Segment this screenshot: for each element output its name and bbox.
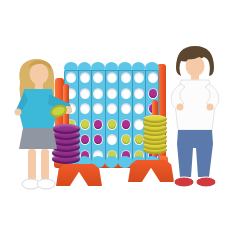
girl-hand-2 bbox=[15, 109, 22, 116]
filled-hole bbox=[148, 88, 158, 99]
filled-hole bbox=[107, 119, 117, 130]
empty-hole bbox=[134, 103, 144, 114]
board-cell bbox=[91, 101, 105, 117]
empty-hole bbox=[93, 88, 103, 99]
yellow-disc bbox=[108, 120, 116, 129]
empty-hole bbox=[80, 88, 90, 99]
board-cell bbox=[132, 70, 146, 86]
girl-face bbox=[30, 64, 49, 85]
product-photo-scene bbox=[0, 0, 228, 228]
board-cell bbox=[105, 132, 119, 148]
yellow-disc bbox=[81, 120, 89, 129]
filled-hole bbox=[121, 134, 131, 145]
child-girl bbox=[4, 52, 72, 192]
board-cell bbox=[105, 117, 119, 133]
empty-hole bbox=[107, 103, 117, 114]
boy-shoe bbox=[174, 177, 194, 187]
board-cell bbox=[78, 70, 92, 86]
girl-neck bbox=[35, 82, 43, 90]
filled-hole bbox=[80, 119, 90, 130]
board-cell bbox=[118, 117, 132, 133]
board-cell bbox=[132, 101, 146, 117]
empty-hole bbox=[107, 88, 117, 99]
empty-hole bbox=[121, 72, 131, 83]
girl-leg bbox=[41, 149, 49, 180]
empty-hole bbox=[148, 72, 158, 83]
girl-skirt bbox=[19, 128, 57, 149]
board-cell bbox=[105, 70, 119, 86]
empty-hole bbox=[121, 103, 131, 114]
board-cell bbox=[132, 86, 146, 102]
board-cell bbox=[78, 101, 92, 117]
empty-hole bbox=[80, 72, 90, 83]
magenta-disc bbox=[81, 135, 89, 144]
scallop-bump bbox=[118, 156, 132, 168]
empty-hole bbox=[134, 88, 144, 99]
boy-jeans bbox=[177, 130, 213, 177]
magenta-disc bbox=[94, 135, 102, 144]
board-cell bbox=[118, 101, 132, 117]
board-cell bbox=[145, 70, 159, 86]
empty-hole bbox=[107, 72, 117, 83]
board-cell bbox=[91, 86, 105, 102]
magenta-disc bbox=[94, 120, 102, 129]
empty-hole bbox=[107, 134, 117, 145]
board-cell bbox=[78, 86, 92, 102]
boy-shoe bbox=[196, 177, 216, 187]
empty-hole bbox=[93, 103, 103, 114]
empty-hole bbox=[80, 103, 90, 114]
magenta-disc bbox=[122, 120, 130, 129]
empty-hole bbox=[93, 72, 103, 83]
girl-leg bbox=[28, 149, 36, 180]
board-cell bbox=[91, 70, 105, 86]
empty-hole bbox=[134, 72, 144, 83]
boy-hand bbox=[177, 104, 184, 111]
child-boy bbox=[164, 44, 226, 190]
board-cell bbox=[105, 86, 119, 102]
board-cell bbox=[118, 86, 132, 102]
filled-hole bbox=[80, 134, 90, 145]
board-cell bbox=[118, 70, 132, 86]
yellow-disc bbox=[135, 135, 143, 144]
boy-hand bbox=[207, 104, 214, 111]
magenta-disc bbox=[149, 89, 157, 98]
filled-hole bbox=[93, 119, 103, 130]
board-cell bbox=[118, 132, 132, 148]
board-cell bbox=[91, 117, 105, 133]
yellow-disc bbox=[122, 135, 130, 144]
filled-hole bbox=[121, 119, 131, 130]
board-cell bbox=[91, 132, 105, 148]
filled-hole bbox=[93, 134, 103, 145]
scallop-bump bbox=[105, 156, 119, 168]
board-cell bbox=[105, 101, 119, 117]
empty-hole bbox=[121, 88, 131, 99]
board-cell bbox=[145, 86, 159, 102]
girl-shoe bbox=[37, 179, 55, 189]
